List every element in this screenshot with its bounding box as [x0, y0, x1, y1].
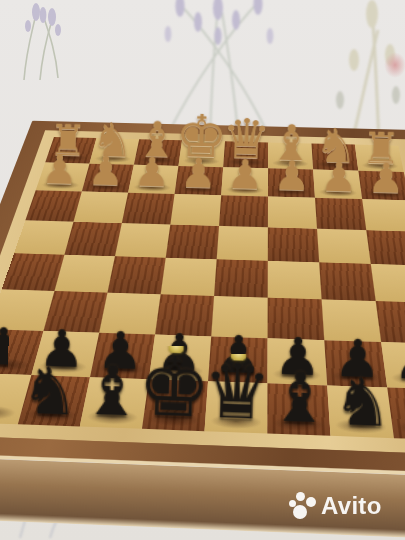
square-a2: ♟: [358, 171, 405, 201]
square-c4: [268, 227, 319, 262]
piece-black-rook: ♜: [384, 375, 405, 438]
square-d5: [214, 259, 268, 297]
avito-dots-logo: [289, 492, 316, 520]
square-a5: [371, 264, 405, 303]
lavender-sprig-illustration: [6, 2, 102, 82]
square-b4: [317, 229, 371, 264]
square-a4: [366, 230, 405, 265]
chessboard-scene: ♜♞♝♚♛♝♞♜♟♟♟♟♟♟♟♟♟♟♟♟♟♟♟♟♜♞♝♚♛♝♞♜: [0, 100, 405, 540]
gold-crown: [230, 349, 245, 360]
square-g5: [54, 255, 114, 293]
square-e4: [166, 224, 219, 259]
square-a3: [362, 199, 405, 231]
square-a8: ♜: [387, 387, 405, 440]
listing-photo: ♜♞♝♚♛♝♞♜♟♟♟♟♟♟♟♟♟♟♟♟♟♟♟♟♜♞♝♚♛♝♞♜ Avito: [0, 0, 405, 540]
watermark-text: Avito: [321, 492, 382, 520]
gold-crown: [168, 342, 183, 353]
square-f5: [107, 256, 165, 294]
square-b3: [315, 198, 366, 230]
piece-white-pawn: ♟: [355, 157, 405, 199]
square-d4: [217, 226, 268, 261]
chessboard: ♜♞♝♚♛♝♞♜♟♟♟♟♟♟♟♟♟♟♟♟♟♟♟♟♜♞♝♚♛♝♞♜: [0, 137, 405, 440]
square-f4: [115, 223, 170, 258]
square-b5: [319, 262, 376, 301]
square-e5: [161, 258, 217, 296]
watermark: Avito: [289, 492, 382, 520]
square-g4: [64, 222, 121, 257]
square-c5: [268, 261, 322, 300]
pink-flower-spot: [384, 52, 405, 78]
